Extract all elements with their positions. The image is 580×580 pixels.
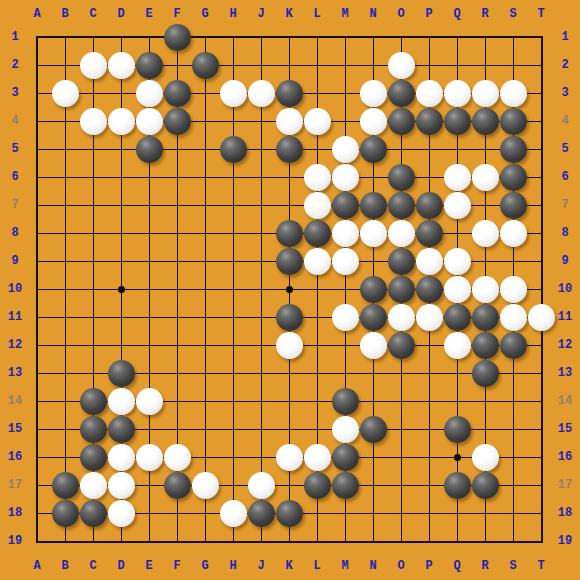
stone-black-p7[interactable]: [416, 192, 443, 219]
stone-white-d14[interactable]: [108, 388, 135, 415]
stone-black-o6[interactable]: [388, 164, 415, 191]
stone-white-d16[interactable]: [108, 444, 135, 471]
stone-white-n8[interactable]: [360, 220, 387, 247]
stone-black-m14[interactable]: [332, 388, 359, 415]
stone-white-h3[interactable]: [220, 80, 247, 107]
stone-black-o10[interactable]: [388, 276, 415, 303]
stone-black-n11[interactable]: [360, 304, 387, 331]
stone-black-k3[interactable]: [276, 80, 303, 107]
stone-white-p3[interactable]: [416, 80, 443, 107]
stone-black-o12[interactable]: [388, 332, 415, 359]
stone-black-s6[interactable]: [500, 164, 527, 191]
column-label-A: A: [23, 7, 51, 21]
column-label-G: G: [191, 7, 219, 21]
column-label-J: J: [247, 7, 275, 21]
stone-black-d15[interactable]: [108, 416, 135, 443]
stone-black-s4[interactable]: [500, 108, 527, 135]
stone-white-d2[interactable]: [108, 52, 135, 79]
stone-black-h5[interactable]: [220, 136, 247, 163]
go-board: ABCDEFGHJKLMNOPQRST ABCDEFGHJKLMNOPQRST …: [0, 0, 580, 580]
stone-black-r17[interactable]: [472, 472, 499, 499]
stone-white-m8[interactable]: [332, 220, 359, 247]
column-label-T: T: [527, 7, 555, 21]
stone-black-n10[interactable]: [360, 276, 387, 303]
stone-black-g2[interactable]: [192, 52, 219, 79]
stone-white-o8[interactable]: [388, 220, 415, 247]
stone-black-e5[interactable]: [136, 136, 163, 163]
column-label-Q: Q: [443, 7, 471, 21]
stone-black-p4[interactable]: [416, 108, 443, 135]
stone-white-e3[interactable]: [136, 80, 163, 107]
stone-black-s7[interactable]: [500, 192, 527, 219]
stone-white-r8[interactable]: [472, 220, 499, 247]
column-label-G: G: [191, 559, 219, 573]
stone-black-r13[interactable]: [472, 360, 499, 387]
stone-black-q15[interactable]: [444, 416, 471, 443]
stone-white-o11[interactable]: [388, 304, 415, 331]
stone-white-d4[interactable]: [108, 108, 135, 135]
stone-white-q7[interactable]: [444, 192, 471, 219]
stone-white-f16[interactable]: [164, 444, 191, 471]
stone-white-c2[interactable]: [80, 52, 107, 79]
stone-white-s10[interactable]: [500, 276, 527, 303]
stone-black-j18[interactable]: [248, 500, 275, 527]
stone-white-c4[interactable]: [80, 108, 107, 135]
stone-black-c15[interactable]: [80, 416, 107, 443]
column-label-K: K: [275, 7, 303, 21]
stone-black-f1[interactable]: [164, 24, 191, 51]
column-label-R: R: [471, 7, 499, 21]
stone-black-b18[interactable]: [52, 500, 79, 527]
stone-black-l17[interactable]: [304, 472, 331, 499]
stone-white-m9[interactable]: [332, 248, 359, 275]
stone-black-s12[interactable]: [500, 332, 527, 359]
column-label-N: N: [359, 7, 387, 21]
stone-white-o2[interactable]: [388, 52, 415, 79]
stone-white-s3[interactable]: [500, 80, 527, 107]
column-label-O: O: [387, 559, 415, 573]
stone-white-e16[interactable]: [136, 444, 163, 471]
column-label-F: F: [163, 559, 191, 573]
column-label-C: C: [79, 7, 107, 21]
stone-white-l9[interactable]: [304, 248, 331, 275]
stone-white-d18[interactable]: [108, 500, 135, 527]
stone-black-m16[interactable]: [332, 444, 359, 471]
column-label-A: A: [23, 559, 51, 573]
stone-black-k9[interactable]: [276, 248, 303, 275]
stone-black-s5[interactable]: [500, 136, 527, 163]
column-label-C: C: [79, 559, 107, 573]
column-label-B: B: [51, 7, 79, 21]
column-label-L: L: [303, 559, 331, 573]
stone-black-p10[interactable]: [416, 276, 443, 303]
stone-black-r4[interactable]: [472, 108, 499, 135]
stone-white-l6[interactable]: [304, 164, 331, 191]
stone-white-q6[interactable]: [444, 164, 471, 191]
stone-black-b17[interactable]: [52, 472, 79, 499]
stone-white-e14[interactable]: [136, 388, 163, 415]
stone-white-s8[interactable]: [500, 220, 527, 247]
column-label-M: M: [331, 7, 359, 21]
stones-layer: [23, 23, 556, 556]
stone-white-n3[interactable]: [360, 80, 387, 107]
stone-black-r12[interactable]: [472, 332, 499, 359]
stone-black-q11[interactable]: [444, 304, 471, 331]
column-label-P: P: [415, 7, 443, 21]
stone-white-l4[interactable]: [304, 108, 331, 135]
column-label-K: K: [275, 559, 303, 573]
stone-white-r16[interactable]: [472, 444, 499, 471]
stone-black-o7[interactable]: [388, 192, 415, 219]
stone-white-m6[interactable]: [332, 164, 359, 191]
stone-black-k8[interactable]: [276, 220, 303, 247]
column-label-D: D: [107, 559, 135, 573]
stone-white-p11[interactable]: [416, 304, 443, 331]
stone-white-g17[interactable]: [192, 472, 219, 499]
stone-white-p9[interactable]: [416, 248, 443, 275]
stone-white-b3[interactable]: [52, 80, 79, 107]
column-label-S: S: [499, 559, 527, 573]
stone-white-r3[interactable]: [472, 80, 499, 107]
stone-white-t11[interactable]: [528, 304, 555, 331]
stone-black-e2[interactable]: [136, 52, 163, 79]
column-label-S: S: [499, 7, 527, 21]
stone-black-q17[interactable]: [444, 472, 471, 499]
stone-white-l16[interactable]: [304, 444, 331, 471]
stone-white-j3[interactable]: [248, 80, 275, 107]
stone-white-j17[interactable]: [248, 472, 275, 499]
column-label-O: O: [387, 7, 415, 21]
stone-black-r11[interactable]: [472, 304, 499, 331]
stone-black-m17[interactable]: [332, 472, 359, 499]
column-label-L: L: [303, 7, 331, 21]
stone-white-m11[interactable]: [332, 304, 359, 331]
stone-white-m15[interactable]: [332, 416, 359, 443]
stone-white-q10[interactable]: [444, 276, 471, 303]
stone-black-p8[interactable]: [416, 220, 443, 247]
stone-white-m5[interactable]: [332, 136, 359, 163]
stone-black-c14[interactable]: [80, 388, 107, 415]
stone-black-o3[interactable]: [388, 80, 415, 107]
column-label-E: E: [135, 7, 163, 21]
stone-black-o4[interactable]: [388, 108, 415, 135]
stone-black-c18[interactable]: [80, 500, 107, 527]
column-label-Q: Q: [443, 559, 471, 573]
stone-white-s11[interactable]: [500, 304, 527, 331]
column-label-M: M: [331, 559, 359, 573]
stone-black-q4[interactable]: [444, 108, 471, 135]
column-label-J: J: [247, 559, 275, 573]
stone-white-r10[interactable]: [472, 276, 499, 303]
stone-white-l7[interactable]: [304, 192, 331, 219]
stone-white-n12[interactable]: [360, 332, 387, 359]
stone-black-c16[interactable]: [80, 444, 107, 471]
stone-black-f4[interactable]: [164, 108, 191, 135]
column-label-E: E: [135, 559, 163, 573]
stone-black-n5[interactable]: [360, 136, 387, 163]
stone-black-f17[interactable]: [164, 472, 191, 499]
stone-black-d13[interactable]: [108, 360, 135, 387]
stone-white-c17[interactable]: [80, 472, 107, 499]
stone-black-k5[interactable]: [276, 136, 303, 163]
stone-white-q12[interactable]: [444, 332, 471, 359]
column-labels-bottom: ABCDEFGHJKLMNOPQRST: [23, 553, 556, 579]
stone-white-r6[interactable]: [472, 164, 499, 191]
stone-black-o9[interactable]: [388, 248, 415, 275]
stone-white-h18[interactable]: [220, 500, 247, 527]
stone-black-k18[interactable]: [276, 500, 303, 527]
column-label-R: R: [471, 559, 499, 573]
column-label-N: N: [359, 559, 387, 573]
stone-black-f3[interactable]: [164, 80, 191, 107]
stone-white-k4[interactable]: [276, 108, 303, 135]
column-label-H: H: [219, 7, 247, 21]
column-label-H: H: [219, 559, 247, 573]
stone-white-k16[interactable]: [276, 444, 303, 471]
stone-white-e4[interactable]: [136, 108, 163, 135]
stone-white-d17[interactable]: [108, 472, 135, 499]
stone-black-l8[interactable]: [304, 220, 331, 247]
stone-black-n15[interactable]: [360, 416, 387, 443]
stone-white-k12[interactable]: [276, 332, 303, 359]
column-label-T: T: [527, 559, 555, 573]
stone-white-q3[interactable]: [444, 80, 471, 107]
column-label-B: B: [51, 559, 79, 573]
stone-white-q9[interactable]: [444, 248, 471, 275]
stone-white-n4[interactable]: [360, 108, 387, 135]
stone-black-m7[interactable]: [332, 192, 359, 219]
stone-black-k11[interactable]: [276, 304, 303, 331]
column-label-D: D: [107, 7, 135, 21]
column-label-P: P: [415, 559, 443, 573]
stone-black-n7[interactable]: [360, 192, 387, 219]
column-label-F: F: [163, 7, 191, 21]
